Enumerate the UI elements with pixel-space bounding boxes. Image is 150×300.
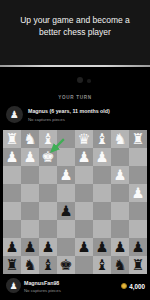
hero-headline: Up your game and become a better chess p… <box>0 15 150 38</box>
square-e8[interactable]: ♚ <box>57 256 75 274</box>
square-a4[interactable]: ♟ <box>129 184 147 202</box>
square-b8[interactable]: ♞ <box>111 256 129 274</box>
square-g7[interactable]: ♟ <box>21 238 39 256</box>
piece-black-knight: ♞ <box>111 256 129 274</box>
opponent-avatar[interactable]: ♟ <box>6 106 23 123</box>
square-c1[interactable]: ♝ <box>93 130 111 148</box>
opponent-name: Magnus (6 years, 11 months old) <box>28 108 110 114</box>
square-e5[interactable]: ♟ <box>57 202 75 220</box>
square-a1[interactable]: ♜ <box>129 130 147 148</box>
square-c2[interactable]: ♟ <box>93 148 111 166</box>
square-g5[interactable] <box>21 202 39 220</box>
piece-black-king: ♚ <box>57 256 75 274</box>
piece-white-bishop: ♝ <box>39 130 57 148</box>
chess-board[interactable]: ♜♞♝♛♝♞♜♟♟♚♟♟♟♟♟♟♟♟♟♟♟♟♟♜♞♝♚♝♞♜ <box>3 130 147 274</box>
square-h3[interactable] <box>3 166 21 184</box>
piece-white-pawn: ♟ <box>93 148 111 166</box>
player-name: MagnusFan98 <box>24 280 59 286</box>
pawn-avatar-icon: ♟ <box>10 109 19 120</box>
piece-white-pawn: ♟ <box>111 166 129 184</box>
square-h5[interactable] <box>3 202 21 220</box>
square-d2[interactable]: ♟ <box>75 148 93 166</box>
square-f8[interactable]: ♝ <box>39 256 57 274</box>
decorative-dot-small-icon <box>87 79 91 83</box>
square-h7[interactable]: ♟ <box>3 238 21 256</box>
square-f7[interactable]: ♟ <box>39 238 57 256</box>
square-g8[interactable]: ♞ <box>21 256 39 274</box>
piece-black-pawn: ♟ <box>75 238 93 256</box>
square-a3[interactable] <box>129 166 147 184</box>
square-c5[interactable] <box>93 202 111 220</box>
square-c7[interactable]: ♟ <box>93 238 111 256</box>
piece-white-knight: ♞ <box>21 130 39 148</box>
square-g4[interactable] <box>21 184 39 202</box>
piece-white-pawn: ♟ <box>3 148 21 166</box>
square-a8[interactable]: ♜ <box>129 256 147 274</box>
piece-white-king: ♚ <box>39 148 57 166</box>
square-f2[interactable]: ♚ <box>39 148 57 166</box>
opponent-captures-label: No captures pieces <box>28 117 65 122</box>
piece-white-rook: ♜ <box>3 130 21 148</box>
square-h4[interactable] <box>3 184 21 202</box>
square-h8[interactable]: ♜ <box>3 256 21 274</box>
piece-white-pawn: ♟ <box>21 148 39 166</box>
square-f4[interactable] <box>39 184 57 202</box>
square-a6[interactable] <box>129 220 147 238</box>
coin-amount: 4,000 <box>129 283 145 290</box>
square-b4[interactable] <box>111 184 129 202</box>
square-c3[interactable] <box>93 166 111 184</box>
piece-black-pawn: ♟ <box>93 238 111 256</box>
square-b6[interactable] <box>111 220 129 238</box>
piece-black-pawn: ♟ <box>111 238 129 256</box>
square-c6[interactable] <box>93 220 111 238</box>
square-b3[interactable]: ♟ <box>111 166 129 184</box>
piece-black-pawn: ♟ <box>39 238 57 256</box>
piece-black-pawn: ♟ <box>21 238 39 256</box>
square-d5[interactable] <box>75 202 93 220</box>
square-d4[interactable] <box>75 184 93 202</box>
square-d8[interactable] <box>75 256 93 274</box>
square-a2[interactable] <box>129 148 147 166</box>
player-captures-label: No captures pieces <box>24 288 61 293</box>
hero-banner: Up your game and become a better chess p… <box>0 0 150 65</box>
square-h1[interactable]: ♜ <box>3 130 21 148</box>
square-c8[interactable]: ♝ <box>93 256 111 274</box>
square-b7[interactable]: ♟ <box>111 238 129 256</box>
square-d1[interactable]: ♛ <box>75 130 93 148</box>
piece-black-pawn: ♟ <box>57 202 75 220</box>
square-g2[interactable]: ♟ <box>21 148 39 166</box>
piece-white-pawn: ♟ <box>75 148 93 166</box>
square-d6[interactable] <box>75 220 93 238</box>
hero-headline-line2: better chess player <box>0 27 150 39</box>
hero-headline-line1: Up your game and become a <box>0 15 150 27</box>
piece-black-rook: ♜ <box>3 256 21 274</box>
piece-black-bishop: ♝ <box>39 256 57 274</box>
square-g1[interactable]: ♞ <box>21 130 39 148</box>
square-a5[interactable] <box>129 202 147 220</box>
piece-white-knight: ♞ <box>111 130 129 148</box>
square-b2[interactable] <box>111 148 129 166</box>
piece-black-rook: ♜ <box>129 256 147 274</box>
square-d7[interactable]: ♟ <box>75 238 93 256</box>
piece-white-pawn: ♟ <box>129 184 147 202</box>
square-a7[interactable]: ♟ <box>129 238 147 256</box>
piece-white-pawn: ♟ <box>57 166 75 184</box>
square-e6[interactable] <box>57 220 75 238</box>
piece-white-queen: ♛ <box>75 130 93 148</box>
square-e7[interactable] <box>57 238 75 256</box>
square-f3[interactable] <box>39 166 57 184</box>
square-h6[interactable] <box>3 220 21 238</box>
square-g3[interactable] <box>21 166 39 184</box>
square-e1[interactable] <box>57 130 75 148</box>
piece-white-bishop: ♝ <box>93 130 111 148</box>
piece-black-bishop: ♝ <box>93 256 111 274</box>
square-e2[interactable] <box>57 148 75 166</box>
square-f1[interactable]: ♝ <box>39 130 57 148</box>
square-b1[interactable]: ♞ <box>111 130 129 148</box>
piece-black-knight: ♞ <box>21 256 39 274</box>
square-f5[interactable] <box>39 202 57 220</box>
piece-black-pawn: ♟ <box>129 238 147 256</box>
square-e3[interactable]: ♟ <box>57 166 75 184</box>
coin-icon <box>121 283 127 289</box>
square-b5[interactable] <box>111 202 129 220</box>
square-f6[interactable] <box>39 220 57 238</box>
app-screen: Up your game and become a better chess p… <box>0 0 150 300</box>
turn-indicator: YOUR TURN <box>0 95 150 100</box>
coin-balance: 4,000 <box>121 281 145 291</box>
player-avatar[interactable]: ♟ <box>6 278 21 293</box>
piece-black-pawn: ♟ <box>3 238 21 256</box>
screen-divider <box>0 65 150 67</box>
square-d3[interactable] <box>75 166 93 184</box>
square-c4[interactable] <box>93 184 111 202</box>
square-g6[interactable] <box>21 220 39 238</box>
piece-white-rook: ♜ <box>129 130 147 148</box>
square-e4[interactable] <box>57 184 75 202</box>
square-h2[interactable]: ♟ <box>3 148 21 166</box>
decorative-dot-icon <box>77 77 83 83</box>
pawn-avatar-icon: ♟ <box>9 281 17 291</box>
